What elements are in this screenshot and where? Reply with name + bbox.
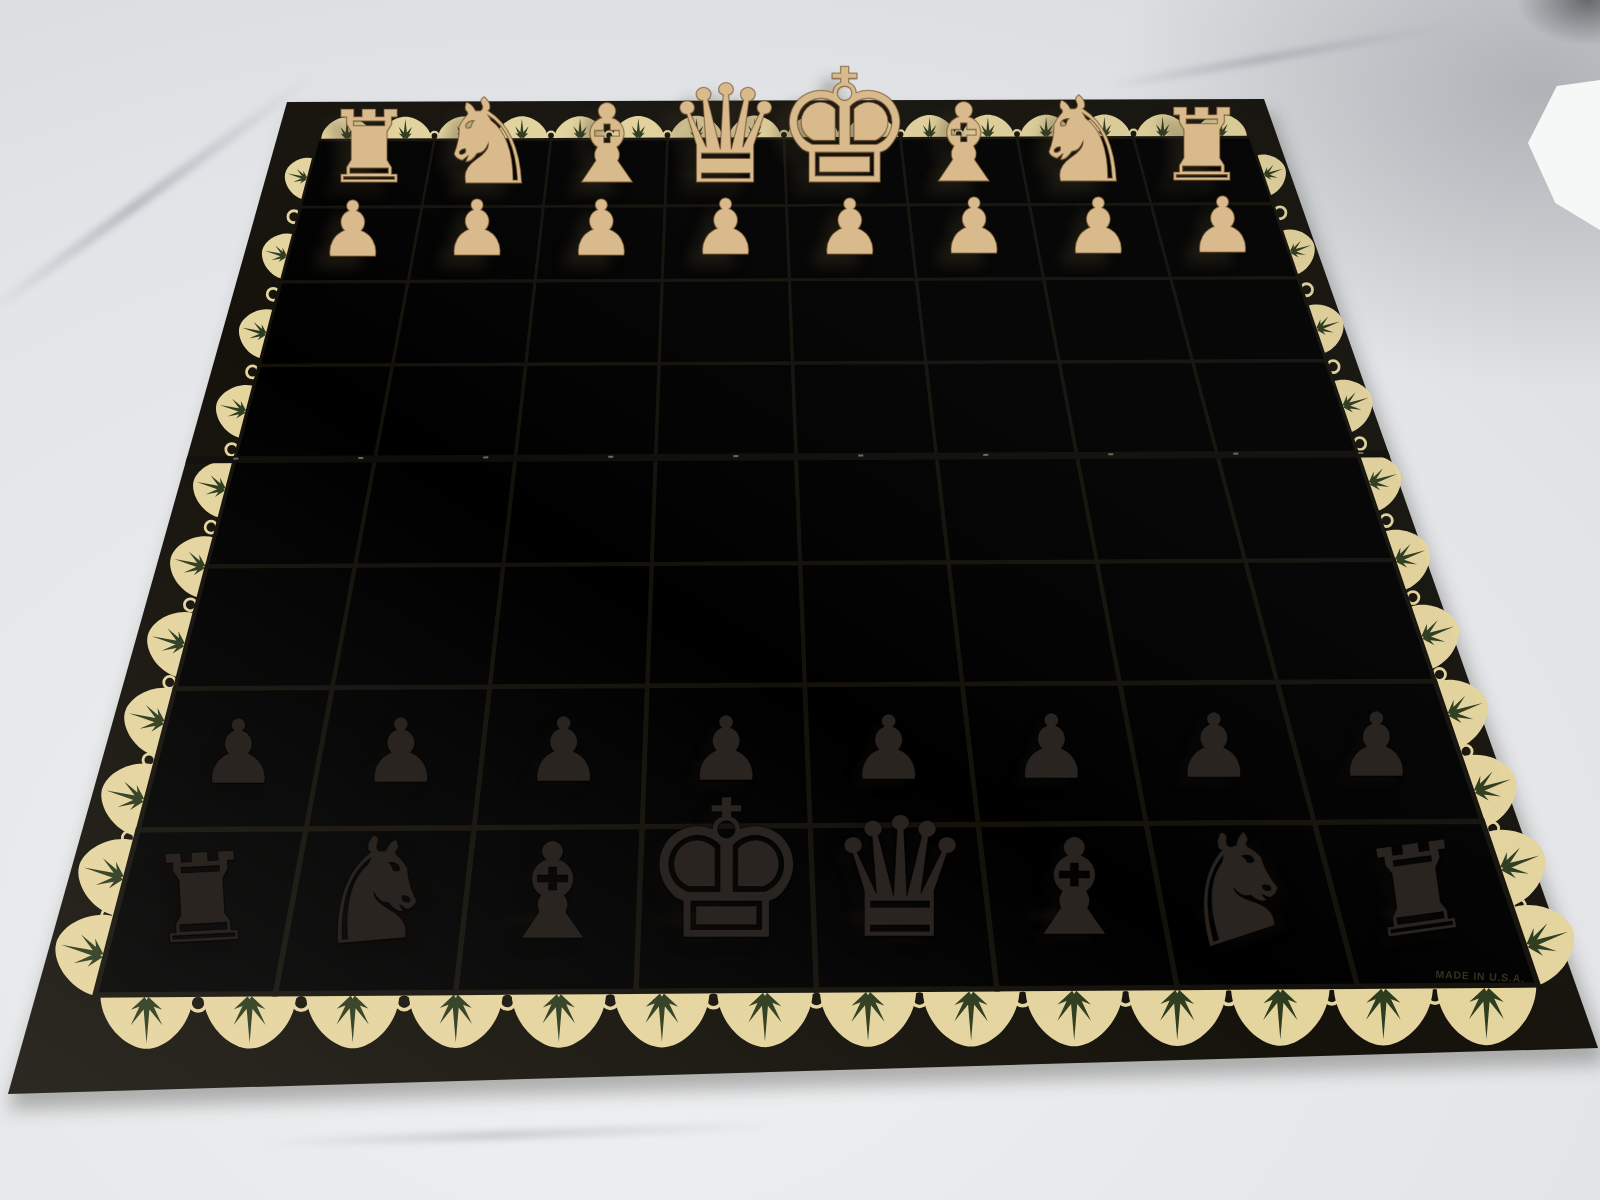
chessboard-photo: MADE IN U.S.A. [0, 0, 1600, 1200]
light-wash [8, 99, 1598, 1094]
scene: MADE IN U.S.A. ♜♞♝♛♚♝♞♜♟♟♟♟♟♟♟♟♟♟♟♟♟♟♟♟♜… [0, 0, 1600, 1200]
board-lighting [8, 99, 1598, 1094]
